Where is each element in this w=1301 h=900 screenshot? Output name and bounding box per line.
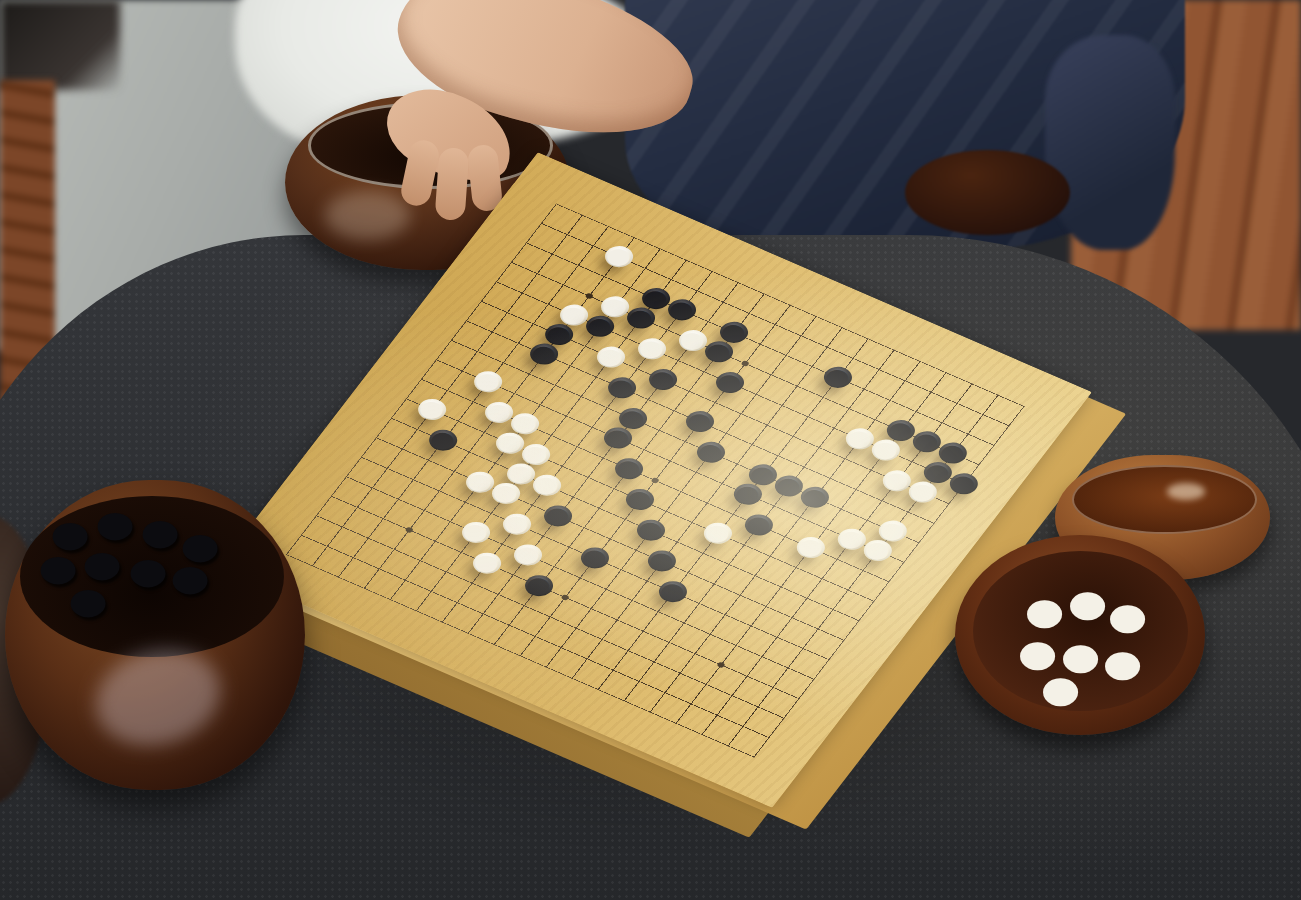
black-stone-in-bowl: ● [95,508,135,539]
black-stone-in-bowl: ● [38,552,78,583]
tea-glint [1167,483,1206,501]
captured-white-stone: ● [1103,647,1143,679]
finger [435,147,470,221]
dark-corner [0,0,120,90]
bowl-opening: ●●●●●●●●● [20,496,284,657]
go-bowl-black-stones: ●●●●●●●●● [5,480,305,790]
black-stone-in-bowl: ● [140,516,180,547]
tea-surface [1072,465,1257,534]
black-stone-in-bowl: ● [170,562,210,593]
black-stone-in-bowl: ● [128,555,168,586]
captured-white-stone: ● [1108,600,1148,632]
captured-white-stone: ● [1068,587,1108,619]
dish-inner: ●●●●●●● [973,551,1188,711]
captured-white-stone: ● [1041,673,1081,705]
captured-white-stone: ● [1025,595,1065,627]
player-sleeve [1045,35,1175,250]
go-game-photo: { "game": "go", "board_size": 19, "posit… [0,0,1301,900]
bowl-reflection [85,636,231,758]
black-stone-in-bowl: ● [82,548,122,579]
captured-white-stone: ● [1018,637,1058,669]
black-stone-in-bowl: ● [68,585,108,616]
prisoner-dish: ●●●●●●● [955,535,1205,735]
bowl-reflection [325,191,411,240]
bowl-lid [905,150,1070,235]
